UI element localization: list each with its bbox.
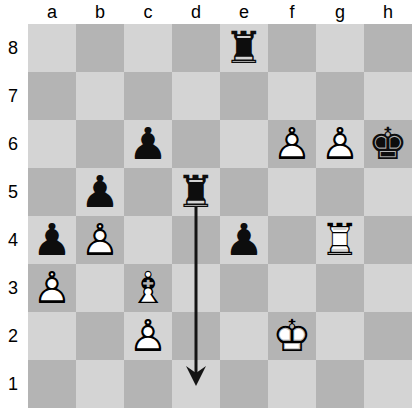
rank-label-5: 5 (0, 168, 26, 216)
square-h4[interactable] (364, 216, 412, 264)
square-a2[interactable] (28, 312, 76, 360)
square-b1[interactable] (76, 360, 124, 408)
file-label-d: d (172, 0, 220, 24)
square-c4[interactable] (124, 216, 172, 264)
piece-outline: ♙ (268, 120, 316, 168)
piece-body: ♜ (172, 168, 220, 216)
square-g6[interactable]: ♟♙ (316, 120, 364, 168)
square-e6[interactable] (220, 120, 268, 168)
piece-body: ♟ (124, 120, 172, 168)
square-g4[interactable]: ♜♖ (316, 216, 364, 264)
black-pawn[interactable]: ♟ (28, 216, 76, 264)
file-label-h: h (364, 0, 412, 24)
square-d7[interactable] (172, 72, 220, 120)
square-d3[interactable] (172, 264, 220, 312)
rank-label-1: 1 (0, 360, 26, 408)
file-label-f: f (268, 0, 316, 24)
square-f4[interactable] (268, 216, 316, 264)
file-label-g: g (316, 0, 364, 24)
square-a5[interactable] (28, 168, 76, 216)
square-a7[interactable] (28, 72, 76, 120)
file-label-c: c (124, 0, 172, 24)
square-a3[interactable]: ♟♙ (28, 264, 76, 312)
square-e1[interactable] (220, 360, 268, 408)
rank-label-2: 2 (0, 312, 26, 360)
piece-outline: ♙ (124, 312, 172, 360)
piece-body: ♚ (364, 120, 412, 168)
square-h2[interactable] (364, 312, 412, 360)
square-d4[interactable] (172, 216, 220, 264)
white-king[interactable]: ♚♔ (268, 312, 316, 360)
square-e8[interactable]: ♜ (220, 24, 268, 72)
chess-board: ♜♟♟♙♟♙♚♟♜♟♟♙♟♜♖♟♙♝♗♟♙♚♔ (28, 24, 412, 408)
square-c6[interactable]: ♟ (124, 120, 172, 168)
piece-outline: ♗ (124, 264, 172, 312)
square-h5[interactable] (364, 168, 412, 216)
square-b7[interactable] (76, 72, 124, 120)
square-g2[interactable] (316, 312, 364, 360)
white-rook[interactable]: ♜♖ (316, 216, 364, 264)
white-bishop[interactable]: ♝♗ (124, 264, 172, 312)
square-d2[interactable] (172, 312, 220, 360)
file-label-b: b (76, 0, 124, 24)
white-pawn[interactable]: ♟♙ (316, 120, 364, 168)
square-b6[interactable] (76, 120, 124, 168)
square-e7[interactable] (220, 72, 268, 120)
square-a8[interactable] (28, 24, 76, 72)
rank-label-3: 3 (0, 264, 26, 312)
square-h6[interactable]: ♚ (364, 120, 412, 168)
square-e2[interactable] (220, 312, 268, 360)
square-a1[interactable] (28, 360, 76, 408)
piece-body: ♟ (28, 216, 76, 264)
piece-outline: ♔ (268, 312, 316, 360)
square-g3[interactable] (316, 264, 364, 312)
square-b2[interactable] (76, 312, 124, 360)
square-h3[interactable] (364, 264, 412, 312)
rank-label-7: 7 (0, 72, 26, 120)
piece-body: ♜ (220, 24, 268, 72)
square-d5[interactable]: ♜ (172, 168, 220, 216)
square-g5[interactable] (316, 168, 364, 216)
square-f7[interactable] (268, 72, 316, 120)
square-a6[interactable] (28, 120, 76, 168)
square-g1[interactable] (316, 360, 364, 408)
white-pawn[interactable]: ♟♙ (268, 120, 316, 168)
black-pawn[interactable]: ♟ (76, 168, 124, 216)
white-pawn[interactable]: ♟♙ (124, 312, 172, 360)
square-a4[interactable]: ♟ (28, 216, 76, 264)
black-rook[interactable]: ♜ (172, 168, 220, 216)
square-h7[interactable] (364, 72, 412, 120)
square-h1[interactable] (364, 360, 412, 408)
square-h8[interactable] (364, 24, 412, 72)
piece-outline: ♙ (76, 216, 124, 264)
rank-label-6: 6 (0, 120, 26, 168)
file-labels: abcdefgh (28, 0, 412, 24)
square-g8[interactable] (316, 24, 364, 72)
piece-outline: ♙ (316, 120, 364, 168)
square-d1[interactable] (172, 360, 220, 408)
rank-label-4: 4 (0, 216, 26, 264)
square-b3[interactable] (76, 264, 124, 312)
rank-labels: 87654321 (0, 24, 26, 408)
square-e4[interactable]: ♟ (220, 216, 268, 264)
square-b8[interactable] (76, 24, 124, 72)
square-f5[interactable] (268, 168, 316, 216)
rank-label-8: 8 (0, 24, 26, 72)
file-label-a: a (28, 0, 76, 24)
chess-diagram: abcdefgh 87654321 ♜♟♟♙♟♙♚♟♜♟♟♙♟♜♖♟♙♝♗♟♙♚… (0, 0, 412, 408)
square-c3[interactable]: ♝♗ (124, 264, 172, 312)
square-b5[interactable]: ♟ (76, 168, 124, 216)
square-g7[interactable] (316, 72, 364, 120)
black-pawn[interactable]: ♟ (124, 120, 172, 168)
square-c8[interactable] (124, 24, 172, 72)
black-pawn[interactable]: ♟ (220, 216, 268, 264)
square-f2[interactable]: ♚♔ (268, 312, 316, 360)
square-c2[interactable]: ♟♙ (124, 312, 172, 360)
square-f8[interactable] (268, 24, 316, 72)
square-d6[interactable] (172, 120, 220, 168)
white-pawn[interactable]: ♟♙ (76, 216, 124, 264)
white-pawn[interactable]: ♟♙ (28, 264, 76, 312)
black-rook[interactable]: ♜ (220, 24, 268, 72)
square-f3[interactable] (268, 264, 316, 312)
square-e5[interactable] (220, 168, 268, 216)
square-f1[interactable] (268, 360, 316, 408)
piece-body: ♟ (220, 216, 268, 264)
piece-body: ♟ (76, 168, 124, 216)
piece-outline: ♙ (28, 264, 76, 312)
black-king[interactable]: ♚ (364, 120, 412, 168)
square-d8[interactable] (172, 24, 220, 72)
square-e3[interactable] (220, 264, 268, 312)
square-c7[interactable] (124, 72, 172, 120)
piece-outline: ♖ (316, 216, 364, 264)
square-c5[interactable] (124, 168, 172, 216)
file-label-e: e (220, 0, 268, 24)
square-c1[interactable] (124, 360, 172, 408)
square-f6[interactable]: ♟♙ (268, 120, 316, 168)
square-b4[interactable]: ♟♙ (76, 216, 124, 264)
